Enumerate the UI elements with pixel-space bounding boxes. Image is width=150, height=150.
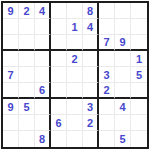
cell-r5c1[interactable]: 7: [3, 67, 19, 83]
cell-r5c5[interactable]: [67, 67, 83, 83]
cell-r4c2[interactable]: [19, 51, 35, 67]
cell-r5c9[interactable]: 5: [131, 67, 147, 83]
cell-r3c5[interactable]: [67, 35, 83, 51]
cell-r9c7[interactable]: [99, 131, 115, 147]
cell-r5c7[interactable]: 3: [99, 67, 115, 83]
cell-r4c3[interactable]: [35, 51, 51, 67]
cell-r3c4[interactable]: [51, 35, 67, 51]
cell-r4c1[interactable]: [3, 51, 19, 67]
cell-r1c6[interactable]: 8: [83, 3, 99, 19]
cell-r7c4[interactable]: [51, 99, 67, 115]
cell-r5c2[interactable]: [19, 67, 35, 83]
cell-r8c4[interactable]: 6: [51, 115, 67, 131]
cell-r7c8[interactable]: 4: [115, 99, 131, 115]
cell-r7c2[interactable]: 5: [19, 99, 35, 115]
cell-r6c6[interactable]: [83, 83, 99, 99]
cell-r9c4[interactable]: [51, 131, 67, 147]
cell-r8c3[interactable]: [35, 115, 51, 131]
cell-r2c5[interactable]: 1: [67, 19, 83, 35]
cell-r8c5[interactable]: [67, 115, 83, 131]
cell-r2c1[interactable]: [3, 19, 19, 35]
cell-r4c9[interactable]: 1: [131, 51, 147, 67]
cell-r9c8[interactable]: 5: [115, 131, 131, 147]
cell-r8c8[interactable]: [115, 115, 131, 131]
cell-r7c1[interactable]: 9: [3, 99, 19, 115]
cell-r5c4[interactable]: [51, 67, 67, 83]
cell-r8c2[interactable]: [19, 115, 35, 131]
cell-r6c7[interactable]: 2: [99, 83, 115, 99]
cell-r5c3[interactable]: [35, 67, 51, 83]
cell-r8c9[interactable]: [131, 115, 147, 131]
cell-r5c6[interactable]: [83, 67, 99, 83]
cell-r1c3[interactable]: 4: [35, 3, 51, 19]
cell-r2c7[interactable]: [99, 19, 115, 35]
cell-r6c4[interactable]: [51, 83, 67, 99]
cell-r8c1[interactable]: [3, 115, 19, 131]
cell-r1c2[interactable]: 2: [19, 3, 35, 19]
cell-r1c5[interactable]: [67, 3, 83, 19]
cell-r9c9[interactable]: [131, 131, 147, 147]
cell-r9c3[interactable]: 8: [35, 131, 51, 147]
cell-r5c8[interactable]: [115, 67, 131, 83]
cell-r1c8[interactable]: [115, 3, 131, 19]
cell-r6c9[interactable]: [131, 83, 147, 99]
cell-r6c2[interactable]: [19, 83, 35, 99]
cell-r1c4[interactable]: [51, 3, 67, 19]
cell-r2c2[interactable]: [19, 19, 35, 35]
cell-r1c1[interactable]: 9: [3, 3, 19, 19]
cell-r9c6[interactable]: [83, 131, 99, 147]
sudoku-board: 92481479217356295346285: [1, 1, 149, 149]
cell-r4c8[interactable]: [115, 51, 131, 67]
cell-r3c7[interactable]: 7: [99, 35, 115, 51]
cell-r1c9[interactable]: [131, 3, 147, 19]
cell-r7c5[interactable]: [67, 99, 83, 115]
cell-r2c4[interactable]: [51, 19, 67, 35]
cell-r2c9[interactable]: [131, 19, 147, 35]
cell-r9c5[interactable]: [67, 131, 83, 147]
cell-r7c3[interactable]: [35, 99, 51, 115]
cell-r9c1[interactable]: [3, 131, 19, 147]
cell-r3c8[interactable]: 9: [115, 35, 131, 51]
cell-r4c4[interactable]: [51, 51, 67, 67]
cell-r7c7[interactable]: [99, 99, 115, 115]
cell-r6c1[interactable]: [3, 83, 19, 99]
cell-r3c2[interactable]: [19, 35, 35, 51]
cell-r3c9[interactable]: [131, 35, 147, 51]
cell-r3c6[interactable]: [83, 35, 99, 51]
cell-r6c3[interactable]: 6: [35, 83, 51, 99]
cell-r1c7[interactable]: [99, 3, 115, 19]
cell-r4c6[interactable]: [83, 51, 99, 67]
cell-r2c8[interactable]: [115, 19, 131, 35]
cell-r2c6[interactable]: 4: [83, 19, 99, 35]
cell-r2c3[interactable]: [35, 19, 51, 35]
cell-r6c5[interactable]: [67, 83, 83, 99]
cell-r4c7[interactable]: [99, 51, 115, 67]
cell-r7c9[interactable]: [131, 99, 147, 115]
cell-r3c3[interactable]: [35, 35, 51, 51]
cell-r6c8[interactable]: [115, 83, 131, 99]
cell-r7c6[interactable]: 3: [83, 99, 99, 115]
cell-r8c7[interactable]: [99, 115, 115, 131]
cell-r8c6[interactable]: 2: [83, 115, 99, 131]
cell-r3c1[interactable]: [3, 35, 19, 51]
cell-r9c2[interactable]: [19, 131, 35, 147]
cell-r4c5[interactable]: 2: [67, 51, 83, 67]
